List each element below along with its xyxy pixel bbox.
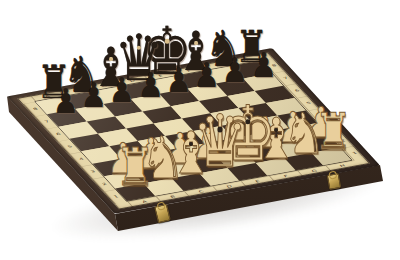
front-right-clasp — [327, 173, 341, 190]
piece-black-pawn-a7: ♟ — [53, 84, 79, 118]
black-bishop-finial — [194, 41, 198, 45]
black-king-finial — [165, 39, 170, 44]
piece-black-pawn-h7: ♟ — [251, 48, 277, 82]
piece-black-pawn-e7: ♟ — [166, 63, 192, 97]
piece-black-pawn-c7: ♟ — [109, 73, 135, 107]
piece-black-pawn-g7: ♟ — [222, 53, 248, 87]
piece-black-pawn-b7: ♟ — [81, 78, 107, 112]
piece-black-pawn-d7: ♟ — [138, 68, 164, 102]
piece-black-pawn-f7: ♟ — [194, 58, 220, 92]
black-bishop-finial — [109, 57, 113, 61]
white-queen-finial — [217, 127, 222, 132]
chess-set-photo: AA88BB77CC66DD55EE44FF33GG22HH11 ♜♞♝♛♚♝♞… — [0, 0, 400, 260]
piece-white-rook-a1: ♜ — [115, 141, 155, 193]
